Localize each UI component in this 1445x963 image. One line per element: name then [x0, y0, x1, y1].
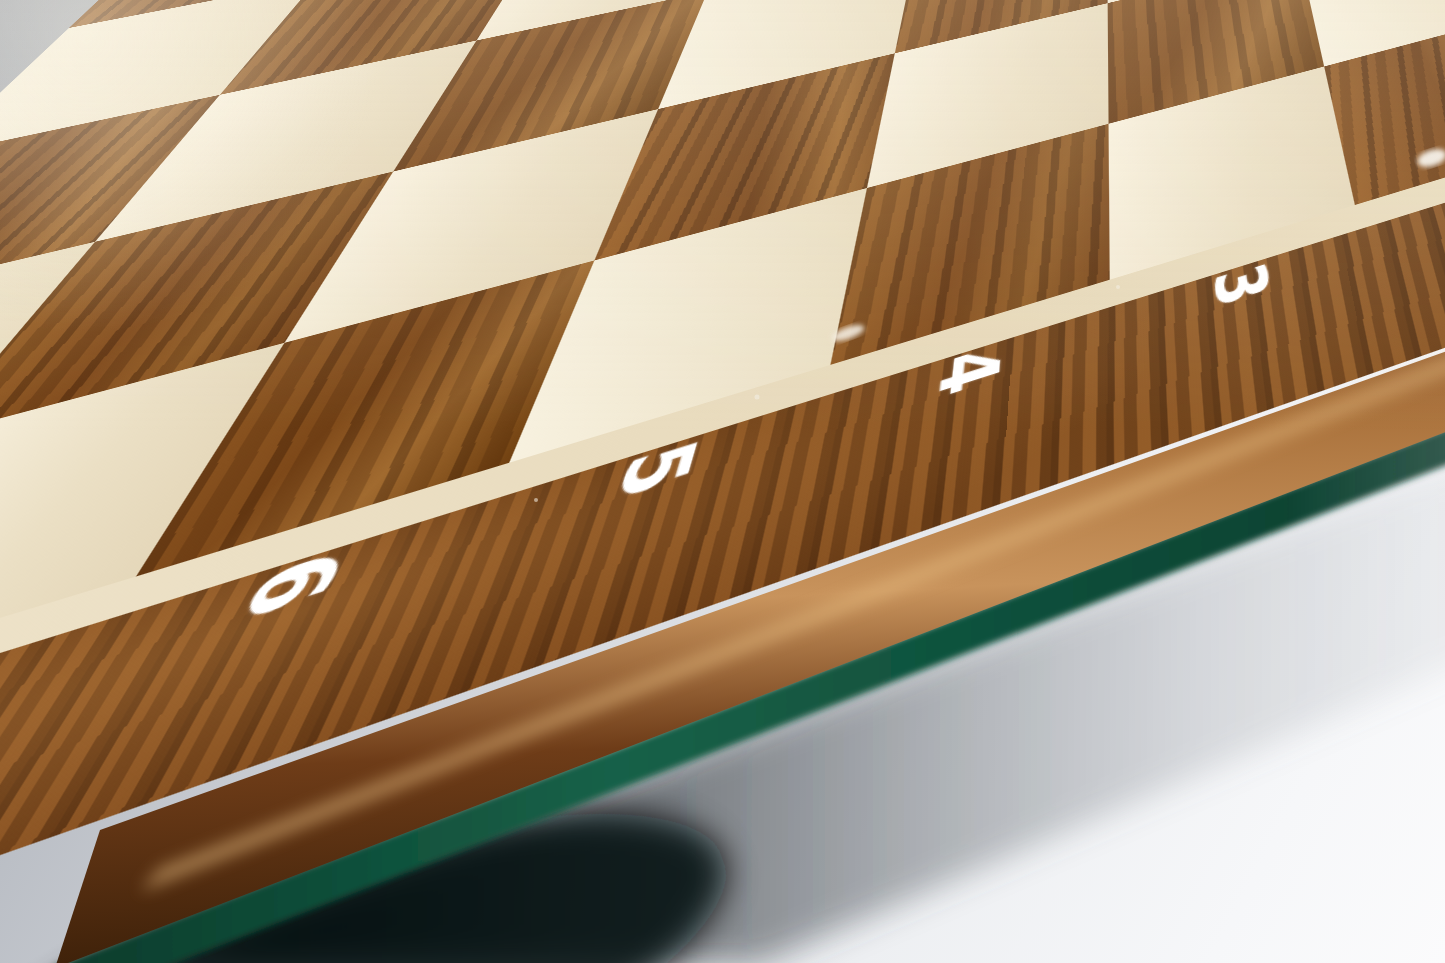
- chessboard-photo-scene: 87654321: [0, 0, 1445, 963]
